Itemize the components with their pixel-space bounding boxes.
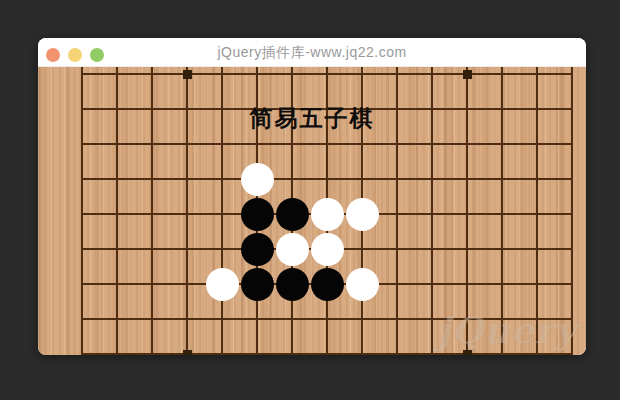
close-button-icon[interactable] [46,48,60,62]
black-stone [241,233,274,266]
white-stone [206,268,239,301]
white-stone [241,163,274,196]
black-stone [241,268,274,301]
star-point [183,350,192,356]
black-stone [276,268,309,301]
black-stone [241,198,274,231]
star-point [463,70,472,79]
white-stone [311,233,344,266]
minimize-button-icon[interactable] [68,48,82,62]
white-stone [346,198,379,231]
page-background: { "page": { "background_color": "#2b2b2b… [0,0,620,400]
board-title: 简易五子棋 [38,103,586,134]
white-stone [346,268,379,301]
zoom-button-icon[interactable] [90,48,104,62]
window-title: jQuery插件库-www.jq22.com [38,38,586,62]
star-point [463,350,472,356]
star-point [183,70,192,79]
white-stone [311,198,344,231]
window-titlebar: jQuery插件库-www.jq22.com [38,38,586,67]
black-stone [311,268,344,301]
gomoku-board[interactable]: 简易五子棋 jQuery [38,67,586,355]
browser-window: jQuery插件库-www.jq22.com 简易五子棋 jQuery [38,38,586,355]
black-stone [276,198,309,231]
traffic-lights [46,48,104,62]
white-stone [276,233,309,266]
